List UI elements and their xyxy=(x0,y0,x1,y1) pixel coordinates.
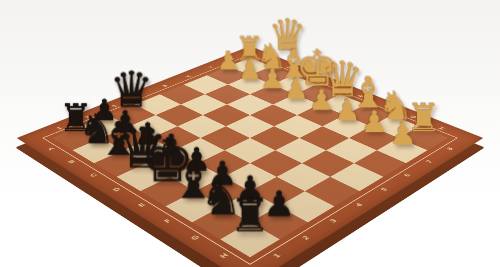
rank-label-2-right: 2 xyxy=(300,233,312,240)
rank-label-6-left: 6 xyxy=(184,74,192,78)
rank-label-4-right: 4 xyxy=(353,201,364,207)
file-label-c-near: C xyxy=(88,172,99,178)
rook-glyph: ♜ xyxy=(214,192,286,238)
file-label-d-near: D xyxy=(111,186,122,192)
file-label-b-near: B xyxy=(66,158,77,164)
rank-label-5-left: 5 xyxy=(160,83,168,87)
board-top-face: AA11BB22CC33DD44EE55FF66GG77HH88 ♜♞♝♚♛♝♞… xyxy=(17,46,484,267)
rank-label-8-right: 8 xyxy=(444,146,454,151)
file-label-g-near: G xyxy=(188,233,201,241)
rank-label-7-right: 7 xyxy=(423,158,434,163)
pawn-glyph: ♟ xyxy=(372,118,434,149)
product-photo-stage: AA11BB22CC33DD44EE55FF66GG77HH88 ♜♞♝♚♛♝♞… xyxy=(0,0,500,267)
file-label-h-near: H xyxy=(217,251,230,259)
chess-board: AA11BB22CC33DD44EE55FF66GG77HH88 ♜♞♝♚♛♝♞… xyxy=(17,46,484,267)
rank-label-6-right: 6 xyxy=(401,172,412,177)
file-label-a-near: A xyxy=(46,146,56,151)
rank-label-3-right: 3 xyxy=(327,217,338,223)
rank-label-5-right: 5 xyxy=(378,186,389,192)
file-label-f-near: F xyxy=(161,217,172,223)
perspective-scene: AA11BB22CC33DD44EE55FF66GG77HH88 ♜♞♝♚♛♝♞… xyxy=(0,0,500,267)
file-label-e-near: E xyxy=(136,201,147,207)
rank-label-1-right: 1 xyxy=(271,251,283,258)
